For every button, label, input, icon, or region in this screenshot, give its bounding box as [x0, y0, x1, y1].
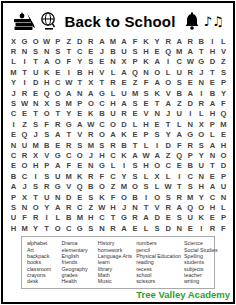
grid-cell-r18c18: K: [196, 213, 207, 223]
grid-cell-r10c17: G: [185, 130, 196, 140]
grid-cell-r16c20: N: [218, 192, 229, 202]
grid-cell-r5c17: E: [185, 78, 196, 88]
grid-cell-r19c20: F: [218, 223, 229, 233]
grid-cell-r14c16: I: [174, 171, 185, 181]
grid-cell-r10c1: E: [8, 130, 19, 140]
grid-cell-r7c20: F: [218, 98, 229, 108]
grid-cell-r19c3: Y: [30, 223, 41, 233]
grid-cell-r19c17: E: [185, 223, 196, 233]
grid-cell-r8c6: Y: [63, 109, 74, 119]
grid-cell-r10c5: A: [52, 130, 63, 140]
grid-cell-r19c16: N: [174, 223, 185, 233]
grid-cell-r16c19: C: [207, 192, 218, 202]
grid-cell-r15c13: S: [141, 181, 152, 191]
grid-cell-r10c7: V: [74, 130, 85, 140]
grid-cell-r14c20: P: [218, 171, 229, 181]
grid-cell-r9c12: L: [130, 119, 141, 129]
grid-cell-r4c2: T: [19, 67, 30, 77]
grid-cell-r4c11: A: [118, 67, 129, 77]
bell-icon: [183, 12, 201, 31]
grid-cell-r3c8: S: [85, 57, 96, 67]
grid-cell-r11c20: H: [218, 140, 229, 150]
grid-cell-r17c7: C: [74, 202, 85, 212]
grid-cell-r3c5: O: [52, 57, 63, 67]
grid-cell-r1c18: B: [196, 36, 207, 46]
grid-cell-r13c1: E: [8, 161, 19, 171]
grid-cell-r2c12: S: [130, 46, 141, 56]
grid-cell-r7c4: X: [41, 98, 52, 108]
grid-cell-r8c17: I: [185, 109, 196, 119]
grid-cell-r2c19: H: [207, 46, 218, 56]
grid-cell-r4c12: Q: [130, 67, 141, 77]
grid-cell-r17c3: O: [30, 202, 41, 212]
grid-cell-r11c13: L: [141, 140, 152, 150]
grid-cell-r1c2: G: [19, 36, 30, 46]
grid-cell-r19c11: A: [118, 223, 129, 233]
grid-cell-r18c5: L: [52, 213, 63, 223]
grid-cell-r8c16: U: [174, 109, 185, 119]
grid-cell-r18c19: E: [207, 213, 218, 223]
word-list-column-4: numberspencilPhysical Educationreadingre…: [136, 240, 184, 284]
grid-cell-r15c12: O: [130, 181, 141, 191]
grid-cell-r11c4: B: [41, 140, 52, 150]
grid-cell-r19c13: L: [141, 223, 152, 233]
grid-cell-r2c6: T: [63, 46, 74, 56]
word-search-grid: XGOWPZDRAMAFKYRARBILRNSNSTCEJBUSHEQMATHV…: [8, 36, 233, 233]
grid-cell-r12c3: X: [30, 150, 41, 160]
grid-cell-r4c19: T: [207, 67, 218, 77]
grid-cell-r10c10: A: [107, 130, 118, 140]
grid-cell-r6c11: U: [118, 88, 129, 98]
grid-cell-r4c6: I: [63, 67, 74, 77]
grid-cell-r13c16: E: [174, 161, 185, 171]
grid-cell-r12c16: Q: [174, 150, 185, 160]
grid-cell-r15c10: Z: [107, 181, 118, 191]
grid-cell-r13c19: T: [207, 161, 218, 171]
grid-cell-r5c8: X: [85, 78, 96, 88]
grid-cell-r9c9: C: [96, 119, 107, 129]
grid-cell-r1c10: M: [107, 36, 118, 46]
grid-cell-r11c19: A: [207, 140, 218, 150]
grid-cell-r6c18: I: [196, 88, 207, 98]
grid-cell-r14c14: X: [152, 171, 163, 181]
header: Back to School ♪♫: [3, 3, 233, 34]
grid-cell-r1c20: L: [218, 36, 229, 46]
grid-cell-r10c9: O: [96, 130, 107, 140]
grid-cell-r8c10: U: [107, 109, 118, 119]
grid-cell-r4c16: U: [174, 67, 185, 77]
grid-cell-r13c5: A: [52, 161, 63, 171]
grid-cell-r14c4: S: [41, 171, 52, 181]
grid-cell-r15c8: B: [85, 181, 96, 191]
grid-cell-r2c7: C: [74, 46, 85, 56]
grid-cell-r18c14: D: [152, 213, 163, 223]
grid-cell-r9c3: S: [30, 119, 41, 129]
grid-cell-r16c16: R: [174, 192, 185, 202]
grid-cell-r5c3: D: [30, 78, 41, 88]
grid-cell-r1c12: F: [130, 36, 141, 46]
grid-cell-r9c16: L: [174, 119, 185, 129]
grid-cell-r16c8: S: [85, 192, 96, 202]
grid-cell-r6c1: J: [8, 88, 19, 98]
grid-cell-r8c11: R: [118, 109, 129, 119]
grid-cell-r19c8: S: [85, 223, 96, 233]
grid-cell-r7c17: D: [185, 98, 196, 108]
books-apple-pencil-icon: [12, 12, 36, 31]
grid-cell-r1c15: R: [163, 36, 174, 46]
grid-cell-r16c13: I: [141, 192, 152, 202]
grid-cell-r8c8: K: [85, 109, 96, 119]
grid-cell-r7c2: W: [19, 98, 30, 108]
grid-cell-r13c4: P: [41, 161, 52, 171]
grid-cell-r11c14: I: [152, 140, 163, 150]
grid-cell-r5c20: P: [218, 78, 229, 88]
grid-cell-r16c1: P: [8, 192, 19, 202]
grid-cell-r19c7: G: [74, 223, 85, 233]
grid-cell-r2c8: E: [85, 46, 96, 56]
grid-cell-r2c20: V: [218, 46, 229, 56]
grid-cell-r5c15: O: [163, 78, 174, 88]
grid-cell-r11c12: T: [130, 140, 141, 150]
grid-cell-r4c15: L: [163, 67, 174, 77]
grid-cell-r11c8: M: [85, 140, 96, 150]
grid-cell-r14c9: F: [96, 171, 107, 181]
grid-cell-r17c6: R: [63, 202, 74, 212]
grid-cell-r12c14: A: [152, 150, 163, 160]
grid-cell-r1c6: Z: [63, 36, 74, 46]
grid-cell-r10c4: S: [41, 130, 52, 140]
grid-cell-r4c9: V: [96, 67, 107, 77]
grid-cell-r10c15: Y: [163, 130, 174, 140]
grid-cell-r12c17: P: [185, 150, 196, 160]
grid-cell-r6c12: M: [130, 88, 141, 98]
grid-cell-r15c4: R: [41, 181, 52, 191]
grid-cell-r12c18: Y: [196, 150, 207, 160]
grid-cell-r18c8: H: [85, 213, 96, 223]
grid-cell-r18c16: S: [174, 213, 185, 223]
grid-cell-r13c14: O: [152, 161, 163, 171]
word-list-column-1: alphabetArtbackpackbooksclassroomcrayons…: [27, 240, 61, 284]
grid-cell-r15c20: U: [218, 181, 229, 191]
grid-cell-r12c9: H: [96, 150, 107, 160]
word-list-item: scissors: [136, 278, 184, 284]
grid-cell-r5c18: N: [196, 78, 207, 88]
grid-cell-r15c18: H: [196, 181, 207, 191]
grid-cell-r12c2: R: [19, 150, 30, 160]
grid-cell-r6c15: V: [163, 88, 174, 98]
grid-cell-r2c11: U: [118, 46, 129, 56]
grid-cell-r14c1: B: [8, 171, 19, 181]
grid-cell-r7c3: N: [30, 98, 41, 108]
grid-cell-r18c17: U: [185, 213, 196, 223]
grid-cell-r2c5: S: [52, 46, 63, 56]
grid-cell-r4c7: B: [74, 67, 85, 77]
grid-cell-r17c19: H: [207, 202, 218, 212]
grid-cell-r14c2: C: [19, 171, 30, 181]
grid-cell-r3c4: A: [41, 57, 52, 67]
grid-cell-r9c10: O: [107, 119, 118, 129]
grid-cell-r7c10: H: [107, 98, 118, 108]
grid-cell-r9c6: G: [63, 119, 74, 129]
grid-cell-r18c10: T: [107, 213, 118, 223]
grid-cell-r2c2: N: [19, 46, 30, 56]
grid-cell-r9c11: D: [118, 119, 129, 129]
grid-cell-r9c8: W: [85, 119, 96, 129]
grid-cell-r8c1: C: [8, 109, 19, 119]
grid-cell-r12c15: Z: [163, 150, 174, 160]
grid-cell-r13c9: G: [96, 161, 107, 171]
grid-cell-r19c14: S: [152, 223, 163, 233]
grid-cell-r2c4: N: [41, 46, 52, 56]
grid-cell-r6c5: O: [52, 88, 63, 98]
grid-cell-r6c14: K: [152, 88, 163, 98]
grid-cell-r15c2: J: [19, 181, 30, 191]
grid-cell-r8c20: Q: [218, 109, 229, 119]
grid-cell-r7c5: S: [52, 98, 63, 108]
grid-cell-r17c10: H: [107, 202, 118, 212]
grid-cell-r8c5: T: [52, 109, 63, 119]
grid-cell-r6c10: L: [107, 88, 118, 98]
grid-cell-r17c12: N: [130, 202, 141, 212]
grid-cell-r14c3: I: [30, 171, 41, 181]
grid-cell-r16c2: X: [19, 192, 30, 202]
grid-cell-r6c6: A: [63, 88, 74, 98]
grid-cell-r7c6: M: [63, 98, 74, 108]
grid-cell-r14c12: S: [130, 171, 141, 181]
grid-cell-r6c7: N: [74, 88, 85, 98]
grid-cell-r4c4: K: [41, 67, 52, 77]
grid-cell-r4c14: O: [152, 67, 163, 77]
grid-cell-r1c11: A: [118, 36, 129, 46]
grid-cell-r13c2: O: [19, 161, 30, 171]
grid-cell-r19c19: R: [207, 223, 218, 233]
grid-cell-r18c12: R: [130, 213, 141, 223]
grid-cell-r11c7: S: [74, 140, 85, 150]
grid-cell-r1c9: A: [96, 36, 107, 46]
grid-cell-r16c11: O: [118, 192, 129, 202]
grid-cell-r9c2: Z: [19, 119, 30, 129]
grid-cell-r18c6: B: [63, 213, 74, 223]
grid-cell-r3c19: D: [207, 57, 218, 67]
word-list-column-2: DramaelementaryEnglishfriendsGeographygr…: [61, 240, 97, 284]
grid-cell-r13c11: I: [118, 161, 129, 171]
grid-cell-r15c16: T: [174, 181, 185, 191]
grid-cell-r17c2: N: [19, 202, 30, 212]
grid-cell-r16c15: S: [163, 192, 174, 202]
grid-cell-r7c11: A: [118, 98, 129, 108]
grid-cell-r3c15: I: [163, 57, 174, 67]
grid-cell-r17c1: S: [8, 202, 19, 212]
grid-cell-r8c7: E: [74, 109, 85, 119]
grid-cell-r2c13: H: [141, 46, 152, 56]
grid-cell-r5c13: F: [141, 78, 152, 88]
grid-cell-r14c6: M: [63, 171, 74, 181]
grid-cell-r11c17: R: [185, 140, 196, 150]
grid-cell-r11c5: E: [52, 140, 63, 150]
grid-cell-r3c20: Z: [218, 57, 229, 67]
grid-cell-r3c7: Y: [74, 57, 85, 67]
grid-cell-r19c2: M: [19, 223, 30, 233]
grid-cell-r13c15: C: [163, 161, 174, 171]
grid-cell-r11c10: R: [107, 140, 118, 150]
grid-cell-r5c6: W: [63, 78, 74, 88]
grid-cell-r10c20: E: [218, 130, 229, 140]
grid-cell-r7c19: A: [207, 98, 218, 108]
word-list-column-3: HistoryhomeworkLanguage Artslearnlibrary…: [98, 240, 136, 284]
grid-cell-r17c11: J: [118, 202, 129, 212]
grid-cell-r6c3: E: [30, 88, 41, 98]
grid-cell-r15c7: Q: [74, 181, 85, 191]
grid-cell-r3c11: X: [118, 57, 129, 67]
grid-cell-r12c10: C: [107, 150, 118, 160]
grid-cell-r13c7: E: [74, 161, 85, 171]
grid-cell-r16c17: M: [185, 192, 196, 202]
grid-cell-r19c1: H: [8, 223, 19, 233]
grid-cell-r3c14: A: [152, 57, 163, 67]
grid-cell-r12c20: O: [218, 150, 229, 160]
grid-cell-r19c18: I: [196, 223, 207, 233]
grid-cell-r11c2: U: [19, 140, 30, 150]
grid-cell-r8c3: T: [30, 109, 41, 119]
grid-cell-r15c9: O: [96, 181, 107, 191]
word-list-item: writing: [184, 278, 214, 284]
grid-cell-r12c7: O: [74, 150, 85, 160]
grid-cell-r18c11: G: [118, 213, 129, 223]
grid-cell-r8c4: O: [41, 109, 52, 119]
grid-cell-r18c3: R: [30, 213, 41, 223]
grid-cell-r9c4: F: [41, 119, 52, 129]
grid-cell-r14c19: E: [207, 171, 218, 181]
grid-cell-r16c3: T: [30, 192, 41, 202]
grid-cell-r8c14: N: [152, 109, 163, 119]
puzzle-page: Back to School ♪♫ XGOWPZDRAMAFKYRARBILRN…: [1, 1, 235, 304]
grid-cell-r17c17: Q: [185, 202, 196, 212]
grid-cell-r1c17: R: [185, 36, 196, 46]
grid-cell-r3c6: F: [63, 57, 74, 67]
grid-cell-r7c1: S: [8, 98, 19, 108]
grid-cell-r6c20: Y: [218, 88, 229, 98]
grid-cell-r11c11: B: [118, 140, 129, 150]
grid-cell-r16c14: O: [152, 192, 163, 202]
grid-cell-r3c9: E: [96, 57, 107, 67]
grid-cell-r11c3: M: [30, 140, 41, 150]
grid-cell-r2c16: M: [174, 46, 185, 56]
grid-cell-r13c6: F: [63, 161, 74, 171]
grid-cell-r14c11: Y: [118, 171, 129, 181]
grid-cell-r8c19: H: [207, 109, 218, 119]
grid-cell-r9c19: P: [207, 119, 218, 129]
grid-cell-r8c12: E: [130, 109, 141, 119]
grid-cell-r15c3: S: [30, 181, 41, 191]
grid-cell-r13c18: U: [196, 161, 207, 171]
grid-cell-r11c18: S: [196, 140, 207, 150]
grid-cell-r18c2: F: [19, 213, 30, 223]
grid-cell-r13c8: N: [85, 161, 96, 171]
grid-cell-r18c4: I: [41, 213, 52, 223]
grid-cell-r9c17: N: [185, 119, 196, 129]
grid-cell-r7c16: Z: [174, 98, 185, 108]
grid-cell-r6c13: S: [141, 88, 152, 98]
grid-cell-r6c19: B: [207, 88, 218, 98]
grid-cell-r12c8: J: [85, 150, 96, 160]
grid-cell-r8c15: J: [163, 109, 174, 119]
grid-cell-r6c16: B: [174, 88, 185, 98]
grid-cell-r11c9: S: [96, 140, 107, 150]
grid-cell-r14c13: L: [141, 171, 152, 181]
grid-cell-r15c11: M: [118, 181, 129, 191]
grid-cell-r8c9: B: [96, 109, 107, 119]
grid-cell-r5c19: E: [207, 78, 218, 88]
grid-cell-r14c17: C: [185, 171, 196, 181]
grid-cell-r10c19: L: [207, 130, 218, 140]
grid-cell-r10c16: A: [174, 130, 185, 140]
grid-cell-r7c15: A: [163, 98, 174, 108]
grid-cell-r16c6: D: [63, 192, 74, 202]
grid-cell-r19c4: T: [41, 223, 52, 233]
grid-cell-r7c9: C: [96, 98, 107, 108]
grid-cell-r10c2: Q: [19, 130, 30, 140]
grid-cell-r10c6: T: [63, 130, 74, 140]
grid-cell-r12c11: K: [118, 150, 129, 160]
word-list-column-5: ScienceSocial StudiesSpellingstudentssub…: [184, 240, 214, 284]
grid-cell-r5c4: H: [41, 78, 52, 88]
grid-cell-r10c11: K: [118, 130, 129, 140]
grid-cell-r18c15: E: [163, 213, 174, 223]
grid-cell-r9c20: M: [218, 119, 229, 129]
grid-cell-r18c9: C: [96, 213, 107, 223]
grid-cell-r7c14: T: [152, 98, 163, 108]
grid-cell-r13c12: S: [130, 161, 141, 171]
grid-cell-r3c10: N: [107, 57, 118, 67]
grid-cell-r11c16: F: [174, 140, 185, 150]
grid-cell-r5c12: Z: [130, 78, 141, 88]
grid-cell-r5c11: E: [118, 78, 129, 88]
grid-cell-r12c13: W: [141, 150, 152, 160]
grid-cell-r2c14: E: [152, 46, 163, 56]
grid-cell-r3c1: L: [8, 57, 19, 67]
grid-cell-r2c1: R: [8, 46, 19, 56]
grid-cell-r15c19: A: [207, 181, 218, 191]
grid-cell-r14c7: K: [74, 171, 85, 181]
grid-cell-r17c4: Y: [41, 202, 52, 212]
grid-cell-r19c10: R: [107, 223, 118, 233]
grid-cell-r5c2: I: [19, 78, 30, 88]
grid-cell-r19c15: D: [163, 223, 174, 233]
grid-cell-r1c3: O: [30, 36, 41, 46]
grid-cell-r17c15: R: [163, 202, 174, 212]
credit-text: Tree Valley Academy: [136, 289, 230, 300]
grid-cell-r19c5: O: [52, 223, 63, 233]
grid-cell-r11c6: R: [63, 140, 74, 150]
grid-cell-r3c16: C: [174, 57, 185, 67]
grid-cell-r4c13: N: [141, 67, 152, 77]
grid-cell-r2c3: S: [30, 46, 41, 56]
grid-cell-r8c13: V: [141, 109, 152, 119]
grid-cell-r17c8: Z: [85, 202, 96, 212]
grid-cell-r14c5: U: [52, 171, 63, 181]
grid-cell-r12c1: C: [8, 150, 19, 160]
grid-cell-r14c8: R: [85, 171, 96, 181]
grid-cell-r3c12: P: [130, 57, 141, 67]
grid-cell-r6c4: Q: [41, 88, 52, 98]
grid-cell-r18c13: A: [141, 213, 152, 223]
grid-cell-r17c18: O: [196, 202, 207, 212]
grid-cell-r5c14: A: [152, 78, 163, 88]
grid-cell-r14c15: L: [163, 171, 174, 181]
grid-cell-r10c13: P: [141, 130, 152, 140]
grid-cell-r7c8: O: [85, 98, 96, 108]
grid-cell-r5c1: Y: [8, 78, 19, 88]
